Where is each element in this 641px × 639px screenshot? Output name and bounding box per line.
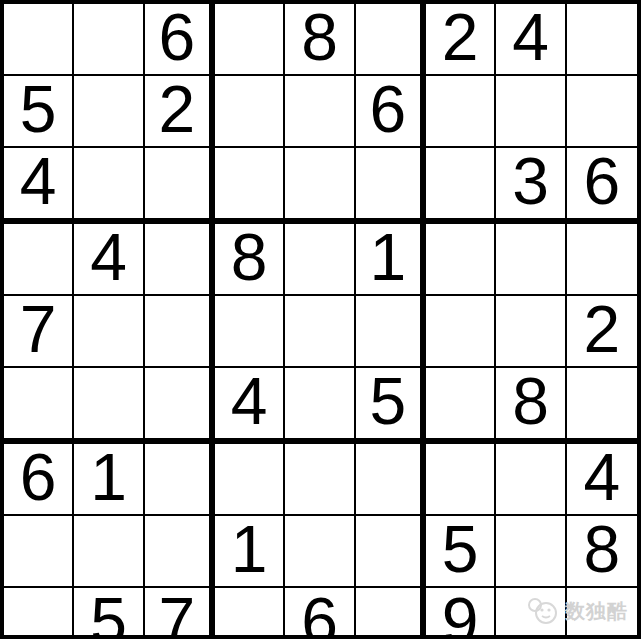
- cell-r8c1[interactable]: [4, 516, 74, 588]
- cell-r1c8[interactable]: 4: [496, 4, 566, 76]
- cell-r2c8[interactable]: [496, 76, 566, 148]
- cell-r2c4[interactable]: [215, 76, 285, 148]
- cell-r3c3[interactable]: [145, 148, 215, 224]
- cell-r5c8[interactable]: [496, 296, 566, 368]
- cell-r2c2[interactable]: [74, 76, 144, 148]
- cell-r7c3[interactable]: [145, 444, 215, 516]
- cell-r5c4[interactable]: [215, 296, 285, 368]
- cell-r9c5[interactable]: 6: [285, 588, 355, 639]
- cell-r9c8[interactable]: [496, 588, 566, 639]
- cell-r5c9[interactable]: 2: [567, 296, 637, 368]
- cell-r9c1[interactable]: [4, 588, 74, 639]
- cell-r6c9[interactable]: [567, 368, 637, 444]
- cell-r3c9[interactable]: 6: [567, 148, 637, 224]
- cell-r1c2[interactable]: [74, 4, 144, 76]
- cell-r3c8[interactable]: 3: [496, 148, 566, 224]
- cell-r7c9[interactable]: 4: [567, 444, 637, 516]
- cell-r1c4[interactable]: [215, 4, 285, 76]
- cell-r5c1[interactable]: 7: [4, 296, 74, 368]
- cell-r6c1[interactable]: [4, 368, 74, 444]
- cell-r1c5[interactable]: 8: [285, 4, 355, 76]
- cell-r2c1[interactable]: 5: [4, 76, 74, 148]
- cell-r9c9[interactable]: [567, 588, 637, 639]
- cell-r8c9[interactable]: 8: [567, 516, 637, 588]
- cell-r8c6[interactable]: [356, 516, 426, 588]
- cell-r6c2[interactable]: [74, 368, 144, 444]
- cell-r8c3[interactable]: [145, 516, 215, 588]
- cell-r3c7[interactable]: [426, 148, 496, 224]
- cell-r8c5[interactable]: [285, 516, 355, 588]
- cell-r8c4[interactable]: 1: [215, 516, 285, 588]
- cell-r7c7[interactable]: [426, 444, 496, 516]
- cell-r4c7[interactable]: [426, 224, 496, 296]
- cell-r9c6[interactable]: [356, 588, 426, 639]
- cell-r8c2[interactable]: [74, 516, 144, 588]
- cell-r7c4[interactable]: [215, 444, 285, 516]
- cell-r6c5[interactable]: [285, 368, 355, 444]
- cell-r5c2[interactable]: [74, 296, 144, 368]
- cell-r2c7[interactable]: [426, 76, 496, 148]
- cell-r9c7[interactable]: 9: [426, 588, 496, 639]
- cell-r3c1[interactable]: 4: [4, 148, 74, 224]
- cell-r6c7[interactable]: [426, 368, 496, 444]
- cell-r4c3[interactable]: [145, 224, 215, 296]
- cell-r2c5[interactable]: [285, 76, 355, 148]
- cell-r2c9[interactable]: [567, 76, 637, 148]
- cell-r5c3[interactable]: [145, 296, 215, 368]
- cell-r5c6[interactable]: [356, 296, 426, 368]
- cell-r8c7[interactable]: 5: [426, 516, 496, 588]
- sudoku-grid: 6824526436481724586141585769: [0, 0, 641, 639]
- cell-r4c4[interactable]: 8: [215, 224, 285, 296]
- cell-r9c2[interactable]: 5: [74, 588, 144, 639]
- cell-r1c7[interactable]: 2: [426, 4, 496, 76]
- cell-r8c8[interactable]: [496, 516, 566, 588]
- cell-r7c5[interactable]: [285, 444, 355, 516]
- cell-r7c2[interactable]: 1: [74, 444, 144, 516]
- cell-r6c6[interactable]: 5: [356, 368, 426, 444]
- cell-r6c4[interactable]: 4: [215, 368, 285, 444]
- cell-r3c5[interactable]: [285, 148, 355, 224]
- cell-r1c9[interactable]: [567, 4, 637, 76]
- cell-r3c4[interactable]: [215, 148, 285, 224]
- cell-r1c6[interactable]: [356, 4, 426, 76]
- cell-r7c1[interactable]: 6: [4, 444, 74, 516]
- cell-r7c6[interactable]: [356, 444, 426, 516]
- cell-r6c3[interactable]: [145, 368, 215, 444]
- cell-r9c4[interactable]: [215, 588, 285, 639]
- cell-r4c6[interactable]: 1: [356, 224, 426, 296]
- cell-r1c3[interactable]: 6: [145, 4, 215, 76]
- cell-r7c8[interactable]: [496, 444, 566, 516]
- cell-r1c1[interactable]: [4, 4, 74, 76]
- cell-r3c6[interactable]: [356, 148, 426, 224]
- cell-r3c2[interactable]: [74, 148, 144, 224]
- cell-r9c3[interactable]: 7: [145, 588, 215, 639]
- cell-r5c5[interactable]: [285, 296, 355, 368]
- cell-r5c7[interactable]: [426, 296, 496, 368]
- cell-r4c1[interactable]: [4, 224, 74, 296]
- sudoku-board-wrap: 6824526436481724586141585769 数独酷: [0, 0, 641, 639]
- cell-r6c8[interactable]: 8: [496, 368, 566, 444]
- cell-r4c5[interactable]: [285, 224, 355, 296]
- cell-r2c3[interactable]: 2: [145, 76, 215, 148]
- cell-r2c6[interactable]: 6: [356, 76, 426, 148]
- cell-r4c9[interactable]: [567, 224, 637, 296]
- cell-r4c2[interactable]: 4: [74, 224, 144, 296]
- cell-r4c8[interactable]: [496, 224, 566, 296]
